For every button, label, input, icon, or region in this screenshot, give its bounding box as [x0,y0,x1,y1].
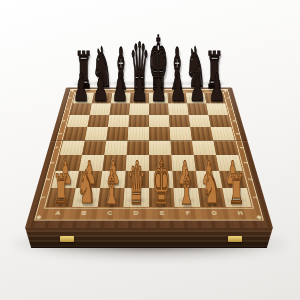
piece-white-knight-g1[interactable]: ♞ [202,165,222,211]
piece-black-pawn-h7[interactable]: ♟ [209,69,225,108]
piece-black-pawn-g7[interactable]: ♟ [189,69,205,108]
piece-black-pawn-c7[interactable]: ♟ [112,69,128,108]
piece-black-pawn-b7[interactable]: ♟ [92,69,108,108]
piece-black-pawn-a7[interactable]: ♟ [73,69,89,108]
pieces-layer: ♜♞♝♛♚♝♞♜♟♟♟♟♟♟♟♟♟♟♟♟♟♟♟♟♜♞♝♛♚♝♞♜ [0,0,300,300]
piece-black-pawn-e7[interactable]: ♟ [151,69,167,108]
piece-white-bishop-c1[interactable]: ♝ [103,164,120,212]
piece-white-bishop-f1[interactable]: ♝ [178,164,195,212]
piece-black-pawn-d7[interactable]: ♟ [131,69,147,108]
chess-set-photo: ABCDEFGH ABCDEFGH 87654321 87654321 ♜♞♝♛… [0,0,300,300]
piece-white-rook-h1[interactable]: ♜ [228,169,245,211]
piece-white-queen-d1[interactable]: ♛ [127,159,146,214]
piece-white-king-e1[interactable]: ♚ [152,154,171,216]
piece-white-knight-b1[interactable]: ♞ [77,165,97,211]
piece-black-pawn-f7[interactable]: ♟ [170,69,186,108]
piece-white-rook-a1[interactable]: ♜ [53,169,70,211]
